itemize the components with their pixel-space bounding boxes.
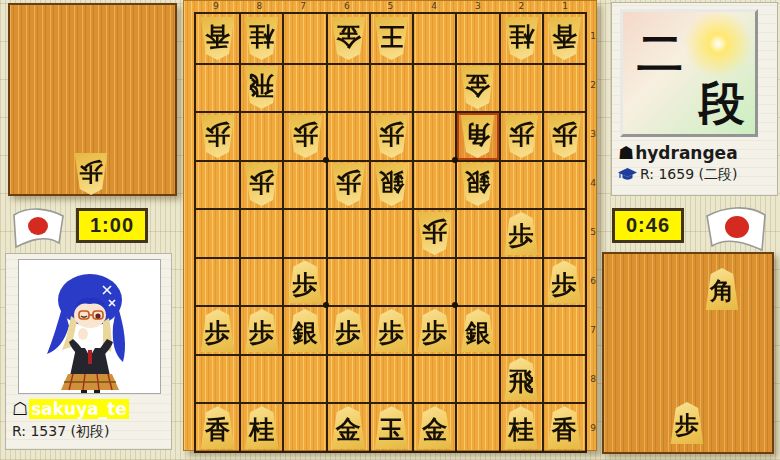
piece-玉-sente[interactable]: 玉 <box>374 406 409 449</box>
square-56[interactable] <box>369 257 412 306</box>
piece-王-gote[interactable]: 王 <box>374 17 409 60</box>
sente-side-icon: ☗ <box>618 142 634 163</box>
square-51[interactable]: 王 <box>369 14 412 63</box>
square-65[interactable] <box>326 208 369 257</box>
square-16[interactable]: 歩 <box>542 257 585 306</box>
square-89[interactable]: 桂 <box>239 402 282 451</box>
square-46[interactable] <box>412 257 455 306</box>
square-93[interactable]: 歩 <box>196 111 239 160</box>
piece-歩-gote[interactable]: 歩 <box>244 163 279 206</box>
piece-歩-gote[interactable]: 歩 <box>331 163 366 206</box>
piece-歩-sente[interactable]: 歩 <box>504 212 539 255</box>
piece-歩-sente[interactable]: 歩 <box>547 261 582 304</box>
rank-label-8: 8 <box>588 355 598 404</box>
gote-captured-tray: 歩 <box>8 3 177 196</box>
square-18[interactable] <box>542 354 585 403</box>
square-27[interactable] <box>499 305 542 354</box>
board-grid: 香桂金王桂香飛金歩歩歩角歩歩歩歩銀銀歩歩歩歩歩歩銀歩歩歩銀飛香桂金玉金桂香 <box>194 12 587 453</box>
square-28[interactable]: 飛 <box>499 354 542 403</box>
square-87[interactable]: 歩 <box>239 305 282 354</box>
file-label-4: 4 <box>412 1 456 12</box>
square-34[interactable]: 銀 <box>455 160 498 209</box>
square-26[interactable] <box>499 257 542 306</box>
piece-香-gote[interactable]: 香 <box>200 17 235 60</box>
square-43[interactable] <box>412 111 455 160</box>
piece-桂-gote[interactable]: 桂 <box>244 17 279 60</box>
right-player-rating: R: 1659 (二段) <box>618 166 737 184</box>
square-96[interactable] <box>196 257 239 306</box>
piece-歩-sente[interactable]: 歩 <box>670 402 704 444</box>
piece-角-gote[interactable]: 角 <box>460 115 495 158</box>
square-98[interactable] <box>196 354 239 403</box>
square-95[interactable] <box>196 208 239 257</box>
piece-銀-gote[interactable]: 銀 <box>374 163 409 206</box>
square-22[interactable] <box>499 63 542 112</box>
square-29[interactable]: 桂 <box>499 402 542 451</box>
hoshi-dot <box>452 157 458 163</box>
left-player-name-row: ☖sakuya_te <box>12 398 129 419</box>
square-35[interactable] <box>455 208 498 257</box>
square-73[interactable]: 歩 <box>282 111 325 160</box>
piece-金-sente[interactable]: 金 <box>417 406 452 449</box>
piece-銀-sente[interactable]: 銀 <box>460 309 495 352</box>
square-31[interactable] <box>455 14 498 63</box>
piece-香-sente[interactable]: 香 <box>200 406 235 449</box>
hoshi-dot <box>323 302 329 308</box>
square-61[interactable]: 金 <box>326 14 369 63</box>
japan-flag-left-icon <box>10 204 68 256</box>
piece-桂-gote[interactable]: 桂 <box>504 17 539 60</box>
japan-flag-right-icon <box>702 202 770 258</box>
piece-銀-gote[interactable]: 銀 <box>460 163 495 206</box>
square-21[interactable]: 桂 <box>499 14 542 63</box>
square-57[interactable]: 歩 <box>369 305 412 354</box>
rank-card-nidan: 二 段 <box>620 9 758 137</box>
piece-歩-gote[interactable]: 歩 <box>417 212 452 255</box>
file-label-5: 5 <box>369 1 413 12</box>
shogi-board: 987654321 123456789 香桂金王桂香飛金歩歩歩角歩歩歩歩銀銀歩歩… <box>183 0 597 451</box>
square-13[interactable]: 歩 <box>542 111 585 160</box>
square-41[interactable] <box>412 14 455 63</box>
piece-歩-gote[interactable]: 歩 <box>374 115 409 158</box>
square-88[interactable] <box>239 354 282 403</box>
square-19[interactable]: 香 <box>542 402 585 451</box>
square-76[interactable]: 歩 <box>282 257 325 306</box>
square-58[interactable] <box>369 354 412 403</box>
piece-香-sente[interactable]: 香 <box>547 406 582 449</box>
square-33[interactable]: 角 <box>455 111 498 160</box>
square-37[interactable]: 銀 <box>455 305 498 354</box>
file-label-1: 1 <box>543 1 587 12</box>
file-label-6: 6 <box>325 1 369 12</box>
square-74[interactable] <box>282 160 325 209</box>
piece-桂-sente[interactable]: 桂 <box>504 406 539 449</box>
gote-clock: 1:00 <box>76 208 148 243</box>
square-54[interactable]: 銀 <box>369 160 412 209</box>
piece-飛-gote[interactable]: 飛 <box>244 66 279 109</box>
square-47[interactable]: 歩 <box>412 305 455 354</box>
square-38[interactable] <box>455 354 498 403</box>
square-92[interactable] <box>196 63 239 112</box>
rank-coordinate-labels: 123456789 <box>588 12 598 453</box>
square-49[interactable]: 金 <box>412 402 455 451</box>
rank-label-1: 1 <box>588 12 598 61</box>
square-79[interactable] <box>282 402 325 451</box>
square-82[interactable]: 飛 <box>239 63 282 112</box>
left-player-panel: ☖sakuya_te R: 1537 (初段) <box>5 253 172 450</box>
square-48[interactable] <box>412 354 455 403</box>
square-53[interactable]: 歩 <box>369 111 412 160</box>
square-97[interactable]: 歩 <box>196 305 239 354</box>
piece-金-sente[interactable]: 金 <box>331 406 366 449</box>
piece-飛-sente[interactable]: 飛 <box>504 358 539 401</box>
square-78[interactable] <box>282 354 325 403</box>
square-66[interactable] <box>326 257 369 306</box>
sente-captured-tray: 角歩 <box>602 252 774 454</box>
piece-歩-gote[interactable]: 歩 <box>200 115 235 158</box>
rank-card-char-bottom: 段 <box>699 80 745 126</box>
shogi-client-window: 歩 1:00 <box>0 0 780 460</box>
sente-clock: 0:46 <box>612 208 684 243</box>
piece-歩-gote[interactable]: 歩 <box>547 115 582 158</box>
square-39[interactable] <box>455 402 498 451</box>
square-52[interactable] <box>369 63 412 112</box>
square-75[interactable] <box>282 208 325 257</box>
square-68[interactable] <box>326 354 369 403</box>
square-42[interactable] <box>412 63 455 112</box>
square-94[interactable] <box>196 160 239 209</box>
piece-銀-sente[interactable]: 銀 <box>288 309 323 352</box>
file-coordinate-labels: 987654321 <box>194 1 587 12</box>
piece-歩-sente[interactable]: 歩 <box>331 309 366 352</box>
square-55[interactable] <box>369 208 412 257</box>
rank-label-4: 4 <box>588 159 598 208</box>
piece-歩-gote[interactable]: 歩 <box>288 115 323 158</box>
file-label-8: 8 <box>238 1 282 12</box>
square-59[interactable]: 玉 <box>369 402 412 451</box>
square-91[interactable]: 香 <box>196 14 239 63</box>
square-24[interactable] <box>499 160 542 209</box>
piece-歩-sente[interactable]: 歩 <box>417 309 452 352</box>
rank-label-3: 3 <box>588 110 598 159</box>
square-12[interactable] <box>542 63 585 112</box>
piece-金-gote[interactable]: 金 <box>460 66 495 109</box>
square-69[interactable]: 金 <box>326 402 369 451</box>
square-67[interactable]: 歩 <box>326 305 369 354</box>
square-45[interactable]: 歩 <box>412 208 455 257</box>
piece-歩-sente[interactable]: 歩 <box>244 309 279 352</box>
piece-香-gote[interactable]: 香 <box>547 17 582 60</box>
square-17[interactable] <box>542 305 585 354</box>
square-77[interactable]: 銀 <box>282 305 325 354</box>
hoshi-dot <box>323 157 329 163</box>
square-14[interactable] <box>542 160 585 209</box>
rank-label-5: 5 <box>588 208 598 257</box>
rank-card-char-top: 二 <box>637 30 683 76</box>
file-label-3: 3 <box>456 1 500 12</box>
square-71[interactable] <box>282 14 325 63</box>
piece-角-sente[interactable]: 角 <box>705 268 739 310</box>
square-36[interactable] <box>455 257 498 306</box>
graduation-cap-icon <box>618 168 637 182</box>
square-25[interactable]: 歩 <box>499 208 542 257</box>
square-11[interactable]: 香 <box>542 14 585 63</box>
piece-金-gote[interactable]: 金 <box>331 17 366 60</box>
file-label-2: 2 <box>500 1 544 12</box>
square-84[interactable]: 歩 <box>239 160 282 209</box>
piece-歩-sente[interactable]: 歩 <box>200 309 235 352</box>
square-62[interactable] <box>326 63 369 112</box>
square-32[interactable]: 金 <box>455 63 498 112</box>
right-player-name-row: ☗hydrangea <box>618 142 738 163</box>
right-player-name: hydrangea <box>635 143 737 163</box>
rank-label-2: 2 <box>588 61 598 110</box>
square-15[interactable] <box>542 208 585 257</box>
piece-桂-sente[interactable]: 桂 <box>244 406 279 449</box>
rank-label-9: 9 <box>588 404 598 453</box>
square-63[interactable] <box>326 111 369 160</box>
file-label-9: 9 <box>194 1 238 12</box>
rank-label-6: 6 <box>588 257 598 306</box>
piece-歩-sente[interactable]: 歩 <box>288 261 323 304</box>
square-44[interactable] <box>412 160 455 209</box>
right-player-panel: 二 段 ☗hydrangea R: 1659 (二段) <box>611 2 778 196</box>
square-81[interactable]: 桂 <box>239 14 282 63</box>
rank-label-7: 7 <box>588 306 598 355</box>
avatar-image <box>18 259 161 394</box>
piece-歩-gote[interactable]: 歩 <box>74 153 108 195</box>
square-72[interactable] <box>282 63 325 112</box>
square-86[interactable] <box>239 257 282 306</box>
square-64[interactable]: 歩 <box>326 160 369 209</box>
file-label-7: 7 <box>281 1 325 12</box>
piece-歩-gote[interactable]: 歩 <box>504 115 539 158</box>
left-player-rating: R: 1537 (初段) <box>12 423 109 441</box>
square-83[interactable] <box>239 111 282 160</box>
square-85[interactable] <box>239 208 282 257</box>
piece-歩-sente[interactable]: 歩 <box>374 309 409 352</box>
square-99[interactable]: 香 <box>196 402 239 451</box>
square-23[interactable]: 歩 <box>499 111 542 160</box>
left-player-name: sakuya_te <box>29 399 129 419</box>
gote-side-icon: ☖ <box>12 398 28 419</box>
